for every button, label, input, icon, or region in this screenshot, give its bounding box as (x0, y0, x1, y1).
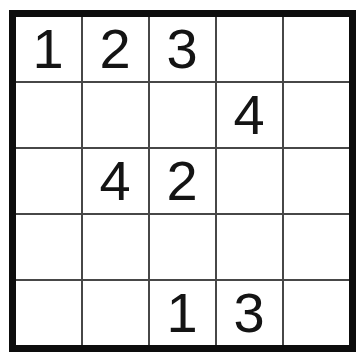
cell-r2c1[interactable] (16, 83, 81, 147)
page: 12344213 (0, 0, 364, 362)
cell-r5c5[interactable] (284, 281, 349, 345)
puzzle-board: 12344213 (9, 10, 356, 352)
cell-r3c5[interactable] (284, 149, 349, 213)
cell-r4c5[interactable] (284, 215, 349, 279)
cell-r3c1[interactable] (16, 149, 81, 213)
cell-r3c2[interactable]: 4 (83, 149, 148, 213)
cell-r5c3[interactable]: 1 (150, 281, 215, 345)
cell-r4c4[interactable] (217, 215, 282, 279)
cell-r1c1[interactable]: 1 (16, 17, 81, 81)
cell-r4c1[interactable] (16, 215, 81, 279)
cell-r1c4[interactable] (217, 17, 282, 81)
cell-r5c2[interactable] (83, 281, 148, 345)
cell-r1c5[interactable] (284, 17, 349, 81)
cell-r2c5[interactable] (284, 83, 349, 147)
cell-r1c2[interactable]: 2 (83, 17, 148, 81)
cell-r3c4[interactable] (217, 149, 282, 213)
cell-r5c4[interactable]: 3 (217, 281, 282, 345)
cell-r4c3[interactable] (150, 215, 215, 279)
cell-r1c3[interactable]: 3 (150, 17, 215, 81)
cell-r4c2[interactable] (83, 215, 148, 279)
cell-r5c1[interactable] (16, 281, 81, 345)
cell-r3c3[interactable]: 2 (150, 149, 215, 213)
cell-r2c3[interactable] (150, 83, 215, 147)
cell-r2c4[interactable]: 4 (217, 83, 282, 147)
cell-r2c2[interactable] (83, 83, 148, 147)
